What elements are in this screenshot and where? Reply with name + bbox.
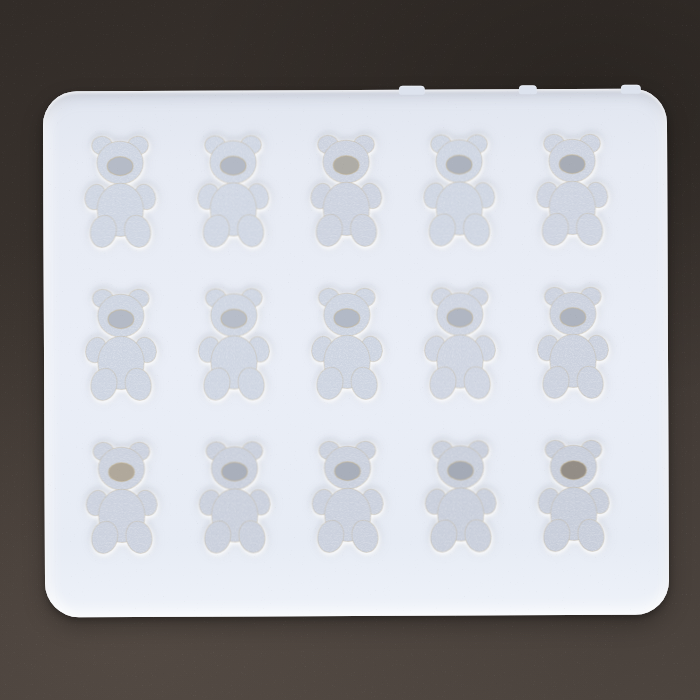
cavity-grid (63, 112, 630, 573)
bear-muzzle-shape (559, 307, 585, 326)
bear-muzzle-shape (333, 308, 359, 327)
teddy-bear-cavity-shape (190, 283, 277, 403)
teddy-bear-cavity-shape (303, 282, 390, 402)
bear-muzzle-shape (108, 462, 134, 481)
bear-cavity-r3c1 (64, 420, 178, 573)
mold-flash-tab (519, 85, 537, 94)
teddy-bear-cavity-shape (529, 281, 616, 401)
bear-cavity-r3c4 (403, 418, 517, 571)
teddy-bear-cavity-shape (303, 129, 390, 249)
bear-cavity-r3c3 (290, 419, 404, 572)
bear-muzzle-shape (221, 462, 247, 481)
silicone-mold (43, 89, 669, 618)
bear-cavity-r2c2 (177, 266, 291, 419)
bear-muzzle-shape (446, 308, 472, 327)
teddy-bear-cavity-shape (416, 129, 503, 249)
bear-cavity-r2c4 (403, 265, 517, 418)
bear-muzzle-shape (220, 156, 246, 175)
bear-muzzle-shape (447, 461, 473, 480)
bear-cavity-r2c5 (516, 265, 630, 418)
teddy-bear-cavity-shape (304, 435, 391, 555)
mold-flash-tab (399, 86, 425, 95)
bear-cavity-r3c2 (177, 419, 291, 572)
teddy-bear-cavity-shape (417, 435, 504, 555)
teddy-bear-cavity-shape (416, 282, 503, 402)
bear-cavity-r3c5 (516, 418, 630, 571)
photo-scene (0, 0, 700, 700)
teddy-bear-cavity-shape (77, 130, 164, 250)
bear-cavity-r1c5 (515, 112, 629, 265)
bear-cavity-r2c3 (290, 266, 404, 419)
bear-muzzle-shape (333, 155, 359, 174)
teddy-bear-cavity-shape (191, 436, 278, 556)
bear-cavity-r1c3 (289, 113, 403, 266)
bear-muzzle-shape (334, 461, 360, 480)
bear-muzzle-shape (220, 309, 246, 328)
teddy-bear-cavity-shape (77, 283, 164, 403)
teddy-bear-cavity-shape (190, 130, 277, 250)
bear-muzzle-shape (559, 154, 585, 173)
mold-flash-tab (621, 85, 641, 94)
bear-cavity-r1c4 (402, 112, 516, 265)
bear-muzzle-shape (107, 156, 133, 175)
bear-muzzle-shape (560, 460, 586, 479)
bear-muzzle-shape (107, 309, 133, 328)
teddy-bear-cavity-shape (529, 128, 616, 248)
teddy-bear-cavity-shape (78, 436, 165, 556)
teddy-bear-cavity-shape (530, 434, 617, 554)
bear-muzzle-shape (446, 155, 472, 174)
bear-cavity-r2c1 (64, 267, 178, 420)
bear-cavity-r1c1 (63, 114, 177, 267)
bear-cavity-r1c2 (176, 113, 290, 266)
